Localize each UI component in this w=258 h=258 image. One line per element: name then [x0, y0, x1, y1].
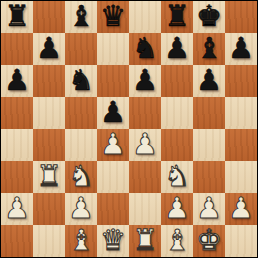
- square-a6[interactable]: ♟: [1, 65, 33, 97]
- square-c5[interactable]: [65, 97, 97, 129]
- square-c4[interactable]: [65, 129, 97, 161]
- square-f5[interactable]: [161, 97, 193, 129]
- white-bishop: ♝: [68, 225, 94, 256]
- square-b5[interactable]: [33, 97, 65, 129]
- square-g8[interactable]: ♚: [193, 1, 225, 33]
- black-pawn: ♟: [196, 65, 222, 96]
- square-b1[interactable]: [33, 225, 65, 257]
- square-d6[interactable]: [97, 65, 129, 97]
- square-e5[interactable]: [129, 97, 161, 129]
- white-pawn: ♟: [68, 193, 94, 224]
- square-d4[interactable]: ♟: [97, 129, 129, 161]
- square-c8[interactable]: ♝: [65, 1, 97, 33]
- black-pawn: ♟: [36, 33, 62, 64]
- square-b2[interactable]: [33, 193, 65, 225]
- square-b6[interactable]: [33, 65, 65, 97]
- square-a2[interactable]: ♟: [1, 193, 33, 225]
- square-a4[interactable]: [1, 129, 33, 161]
- square-a8[interactable]: ♜: [1, 1, 33, 33]
- square-h8[interactable]: [225, 1, 257, 33]
- white-pawn: ♟: [100, 129, 126, 160]
- square-h5[interactable]: [225, 97, 257, 129]
- square-g5[interactable]: [193, 97, 225, 129]
- black-pawn: ♟: [164, 33, 190, 64]
- square-h7[interactable]: ♟: [225, 33, 257, 65]
- square-a3[interactable]: [1, 161, 33, 193]
- square-e2[interactable]: [129, 193, 161, 225]
- white-bishop: ♝: [164, 225, 190, 256]
- square-h4[interactable]: [225, 129, 257, 161]
- square-e3[interactable]: [129, 161, 161, 193]
- square-d7[interactable]: [97, 33, 129, 65]
- white-pawn: ♟: [164, 193, 190, 224]
- black-pawn: ♟: [4, 65, 30, 96]
- square-g7[interactable]: ♝: [193, 33, 225, 65]
- square-g2[interactable]: ♟: [193, 193, 225, 225]
- black-pawn: ♟: [228, 33, 254, 64]
- square-c6[interactable]: ♞: [65, 65, 97, 97]
- square-h6[interactable]: [225, 65, 257, 97]
- square-e8[interactable]: [129, 1, 161, 33]
- square-c7[interactable]: [65, 33, 97, 65]
- white-queen: ♛: [100, 225, 126, 256]
- square-f4[interactable]: [161, 129, 193, 161]
- square-h3[interactable]: [225, 161, 257, 193]
- square-g1[interactable]: ♚: [193, 225, 225, 257]
- black-pawn: ♟: [100, 97, 126, 128]
- square-a1[interactable]: [1, 225, 33, 257]
- square-f2[interactable]: ♟: [161, 193, 193, 225]
- white-rook: ♜: [132, 225, 158, 256]
- square-b3[interactable]: ♜: [33, 161, 65, 193]
- white-knight: ♞: [68, 161, 94, 192]
- white-pawn: ♟: [4, 193, 30, 224]
- chess-board: ♜♝♛♜♚♟♞♟♝♟♟♞♟♟♟♟♟♜♞♞♟♟♟♟♟♝♛♜♝♚: [1, 1, 257, 257]
- square-e7[interactable]: ♞: [129, 33, 161, 65]
- square-b4[interactable]: [33, 129, 65, 161]
- square-d1[interactable]: ♛: [97, 225, 129, 257]
- square-a5[interactable]: [1, 97, 33, 129]
- black-rook: ♜: [4, 1, 30, 32]
- black-knight: ♞: [132, 33, 158, 64]
- square-e1[interactable]: ♜: [129, 225, 161, 257]
- black-queen: ♛: [100, 1, 126, 32]
- black-knight: ♞: [68, 65, 94, 96]
- square-d3[interactable]: [97, 161, 129, 193]
- chess-board-frame: ♜♝♛♜♚♟♞♟♝♟♟♞♟♟♟♟♟♜♞♞♟♟♟♟♟♝♛♜♝♚: [0, 0, 258, 258]
- white-king: ♚: [196, 225, 222, 256]
- square-h2[interactable]: ♟: [225, 193, 257, 225]
- square-b8[interactable]: [33, 1, 65, 33]
- black-bishop: ♝: [196, 33, 222, 64]
- square-c1[interactable]: ♝: [65, 225, 97, 257]
- square-h1[interactable]: [225, 225, 257, 257]
- square-b7[interactable]: ♟: [33, 33, 65, 65]
- black-pawn: ♟: [132, 65, 158, 96]
- square-f8[interactable]: ♜: [161, 1, 193, 33]
- black-bishop: ♝: [68, 1, 94, 32]
- square-c3[interactable]: ♞: [65, 161, 97, 193]
- square-d2[interactable]: [97, 193, 129, 225]
- square-g3[interactable]: [193, 161, 225, 193]
- white-knight: ♞: [164, 161, 190, 192]
- white-pawn: ♟: [132, 129, 158, 160]
- white-pawn: ♟: [228, 193, 254, 224]
- square-c2[interactable]: ♟: [65, 193, 97, 225]
- square-e6[interactable]: ♟: [129, 65, 161, 97]
- square-f1[interactable]: ♝: [161, 225, 193, 257]
- black-rook: ♜: [164, 1, 190, 32]
- square-a7[interactable]: [1, 33, 33, 65]
- square-d8[interactable]: ♛: [97, 1, 129, 33]
- square-e4[interactable]: ♟: [129, 129, 161, 161]
- square-g6[interactable]: ♟: [193, 65, 225, 97]
- black-king: ♚: [196, 1, 222, 32]
- square-f7[interactable]: ♟: [161, 33, 193, 65]
- square-d5[interactable]: ♟: [97, 97, 129, 129]
- square-f6[interactable]: [161, 65, 193, 97]
- white-rook: ♜: [36, 161, 62, 192]
- square-g4[interactable]: [193, 129, 225, 161]
- square-f3[interactable]: ♞: [161, 161, 193, 193]
- white-pawn: ♟: [196, 193, 222, 224]
